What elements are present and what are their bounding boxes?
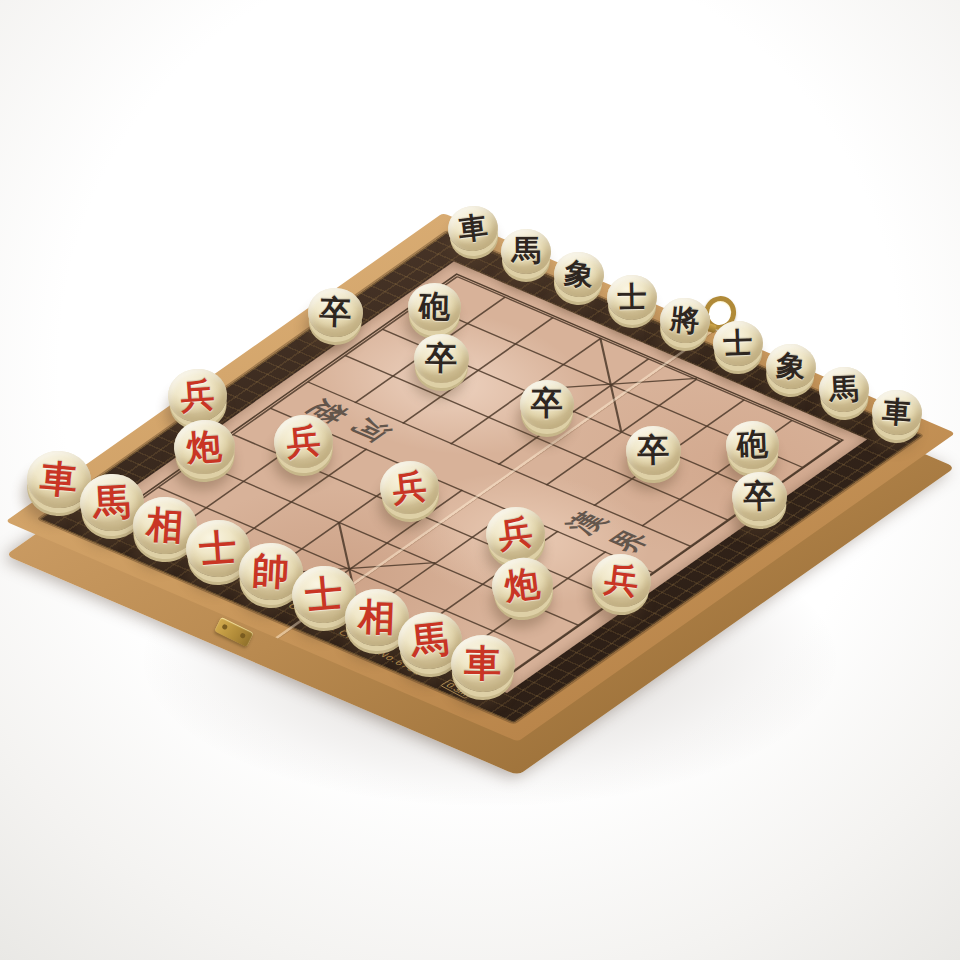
piece-character: 兵 <box>166 367 229 424</box>
piece-character: 卒 <box>731 471 787 522</box>
piece-black-elephant-right[interactable]: 象 <box>764 341 818 390</box>
piece-black-cannon-left[interactable]: 砲 <box>407 283 461 332</box>
piece-red-cannon-left[interactable]: 炮 <box>172 418 236 477</box>
piece-black-general[interactable]: 將 <box>658 295 712 345</box>
pieces-layer: 車馬象士將士象馬車砲砲卒卒卒卒卒兵兵兵兵兵炮炮車馬相士帥士相馬車 <box>0 0 960 960</box>
piece-character: 兵 <box>271 413 334 471</box>
piece-character: 卒 <box>625 425 680 475</box>
piece-black-soldier-3[interactable]: 卒 <box>520 380 575 429</box>
piece-character: 車 <box>451 635 515 693</box>
piece-character: 士 <box>607 274 658 320</box>
piece-character: 兵 <box>588 550 653 610</box>
piece-black-soldier-5[interactable]: 卒 <box>731 471 787 522</box>
piece-character: 馬 <box>501 229 551 274</box>
piece-character: 卒 <box>520 380 575 429</box>
piece-red-cannon-right[interactable]: 炮 <box>489 554 556 615</box>
piece-red-chariot-right[interactable]: 車 <box>451 635 515 693</box>
piece-black-cannon-right[interactable]: 砲 <box>725 420 780 470</box>
piece-character: 車 <box>445 203 500 254</box>
piece-black-elephant-left[interactable]: 象 <box>551 249 606 300</box>
piece-black-soldier-1[interactable]: 卒 <box>307 287 363 338</box>
piece-character: 象 <box>551 249 606 300</box>
piece-black-advisor-right[interactable]: 士 <box>712 320 764 367</box>
piece-character: 炮 <box>172 418 236 477</box>
product-photo-scene: 楚河 漢界 中国象棋 CHINESE CHESS No.6732 0.3m 中国… <box>0 0 960 960</box>
piece-character: 車 <box>870 388 923 436</box>
piece-character: 象 <box>764 341 818 390</box>
piece-red-soldier-5[interactable]: 兵 <box>588 550 653 610</box>
piece-character: 馬 <box>818 365 870 413</box>
piece-black-soldier-2[interactable]: 卒 <box>413 333 468 383</box>
piece-black-advisor-left[interactable]: 士 <box>607 274 658 320</box>
piece-red-soldier-1[interactable]: 兵 <box>166 367 229 424</box>
piece-character: 砲 <box>725 420 780 470</box>
piece-character: 砲 <box>407 283 461 332</box>
piece-character: 炮 <box>489 554 556 615</box>
piece-black-horse-left[interactable]: 馬 <box>501 229 551 274</box>
piece-red-soldier-2[interactable]: 兵 <box>271 413 334 471</box>
piece-black-horse-right[interactable]: 馬 <box>818 365 870 413</box>
piece-character: 卒 <box>413 333 468 383</box>
piece-black-chariot-left[interactable]: 車 <box>445 203 500 254</box>
piece-black-soldier-4[interactable]: 卒 <box>625 425 680 475</box>
piece-red-soldier-3[interactable]: 兵 <box>377 458 441 517</box>
piece-character: 將 <box>658 295 712 345</box>
piece-character: 兵 <box>377 458 441 517</box>
piece-black-chariot-right[interactable]: 車 <box>870 388 923 436</box>
piece-character: 卒 <box>307 287 363 338</box>
piece-character: 士 <box>712 320 764 367</box>
